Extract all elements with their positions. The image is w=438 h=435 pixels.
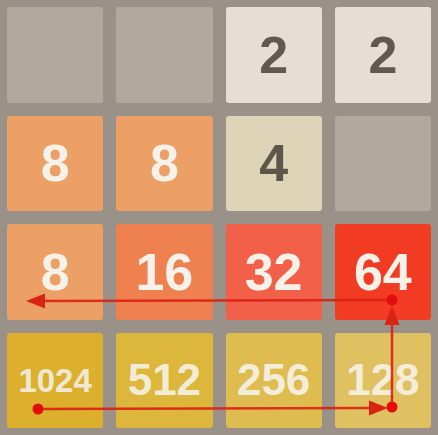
tile-128-r4c4: 128 — [335, 333, 431, 429]
tile-2-r1c3: 2 — [226, 7, 322, 103]
tile-2-r1c4: 2 — [335, 7, 431, 103]
tile-1024-r4c1: 1024 — [7, 333, 103, 429]
empty-cell-r2c4 — [335, 116, 431, 212]
tile-512-r4c2: 512 — [116, 333, 212, 429]
empty-cell-r1c2 — [116, 7, 212, 103]
empty-cell-r1c1 — [7, 7, 103, 103]
tile-16-r3c2: 16 — [116, 224, 212, 320]
tile-grid: 2288481632641024512256128 — [0, 0, 438, 435]
tile-8-r2c1: 8 — [7, 116, 103, 212]
tile-8-r2c2: 8 — [116, 116, 212, 212]
tile-8-r3c1: 8 — [7, 224, 103, 320]
tile-32-r3c3: 32 — [226, 224, 322, 320]
board-2048[interactable]: 2288481632641024512256128 — [0, 0, 438, 435]
tile-256-r4c3: 256 — [226, 333, 322, 429]
tile-64-r3c4: 64 — [335, 224, 431, 320]
tile-4-r2c3: 4 — [226, 116, 322, 212]
